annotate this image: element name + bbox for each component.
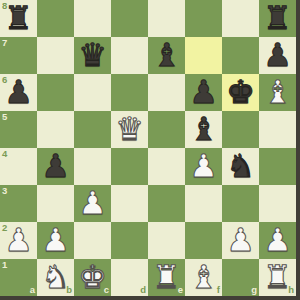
black-pawn[interactable]: ♟ bbox=[37, 148, 74, 185]
square-d4[interactable] bbox=[111, 148, 148, 185]
square-h3[interactable] bbox=[259, 185, 296, 222]
black-bishop[interactable]: ♝ bbox=[185, 111, 222, 148]
white-pawn[interactable]: ♟ bbox=[0, 222, 37, 259]
square-g4[interactable]: ♞ bbox=[222, 148, 259, 185]
square-d7[interactable] bbox=[111, 37, 148, 74]
black-bishop[interactable]: ♝ bbox=[148, 37, 185, 74]
square-a1[interactable]: 1a bbox=[0, 259, 37, 296]
white-bishop[interactable]: ♝ bbox=[185, 259, 222, 296]
square-d3[interactable] bbox=[111, 185, 148, 222]
file-label-g: g bbox=[251, 285, 257, 295]
rank-label-1: 1 bbox=[2, 260, 7, 270]
square-a7[interactable]: 7 bbox=[0, 37, 37, 74]
black-knight[interactable]: ♞ bbox=[222, 148, 259, 185]
black-rook[interactable]: ♜ bbox=[259, 0, 296, 37]
square-d5[interactable]: ♛ bbox=[111, 111, 148, 148]
square-g7[interactable] bbox=[222, 37, 259, 74]
square-b5[interactable] bbox=[37, 111, 74, 148]
file-label-a: a bbox=[30, 285, 35, 295]
square-c7[interactable]: ♛ bbox=[74, 37, 111, 74]
square-h6[interactable]: ♝ bbox=[259, 74, 296, 111]
square-c2[interactable] bbox=[74, 222, 111, 259]
white-pawn[interactable]: ♟ bbox=[37, 222, 74, 259]
square-g2[interactable]: ♟ bbox=[222, 222, 259, 259]
chess-board: 8♜♜7♛♝♟6♟♟♚♝5♛♝4♟♟♞3♟2♟♟♟♟1ab♞c♚de♜f♝gh♜ bbox=[0, 0, 296, 296]
square-a6[interactable]: 6♟ bbox=[0, 74, 37, 111]
file-label-d: d bbox=[140, 285, 146, 295]
square-e7[interactable]: ♝ bbox=[148, 37, 185, 74]
square-a5[interactable]: 5 bbox=[0, 111, 37, 148]
square-h5[interactable] bbox=[259, 111, 296, 148]
square-h1[interactable]: h♜ bbox=[259, 259, 296, 296]
square-d8[interactable] bbox=[111, 0, 148, 37]
white-pawn[interactable]: ♟ bbox=[222, 222, 259, 259]
square-c6[interactable] bbox=[74, 74, 111, 111]
square-a4[interactable]: 4 bbox=[0, 148, 37, 185]
square-a8[interactable]: 8♜ bbox=[0, 0, 37, 37]
square-g6[interactable]: ♚ bbox=[222, 74, 259, 111]
square-b8[interactable] bbox=[37, 0, 74, 37]
square-f1[interactable]: f♝ bbox=[185, 259, 222, 296]
square-h4[interactable] bbox=[259, 148, 296, 185]
square-a3[interactable]: 3 bbox=[0, 185, 37, 222]
square-e2[interactable] bbox=[148, 222, 185, 259]
rank-label-7: 7 bbox=[2, 38, 7, 48]
square-c1[interactable]: c♚ bbox=[74, 259, 111, 296]
square-b7[interactable] bbox=[37, 37, 74, 74]
square-g1[interactable]: g bbox=[222, 259, 259, 296]
chess-board-stage: 8♜♜7♛♝♟6♟♟♚♝5♛♝4♟♟♞3♟2♟♟♟♟1ab♞c♚de♜f♝gh♜ bbox=[0, 0, 300, 300]
square-b3[interactable] bbox=[37, 185, 74, 222]
square-f4[interactable]: ♟ bbox=[185, 148, 222, 185]
square-b4[interactable]: ♟ bbox=[37, 148, 74, 185]
white-queen[interactable]: ♛ bbox=[111, 111, 148, 148]
square-b1[interactable]: b♞ bbox=[37, 259, 74, 296]
black-pawn[interactable]: ♟ bbox=[259, 37, 296, 74]
black-queen[interactable]: ♛ bbox=[74, 37, 111, 74]
square-f7[interactable] bbox=[185, 37, 222, 74]
white-rook[interactable]: ♜ bbox=[148, 259, 185, 296]
square-c4[interactable] bbox=[74, 148, 111, 185]
square-d1[interactable]: d bbox=[111, 259, 148, 296]
square-g3[interactable] bbox=[222, 185, 259, 222]
white-pawn[interactable]: ♟ bbox=[74, 185, 111, 222]
rank-label-5: 5 bbox=[2, 112, 7, 122]
square-e8[interactable] bbox=[148, 0, 185, 37]
square-e4[interactable] bbox=[148, 148, 185, 185]
square-e3[interactable] bbox=[148, 185, 185, 222]
white-bishop[interactable]: ♝ bbox=[259, 74, 296, 111]
square-e5[interactable] bbox=[148, 111, 185, 148]
square-c5[interactable] bbox=[74, 111, 111, 148]
square-f5[interactable]: ♝ bbox=[185, 111, 222, 148]
square-f3[interactable] bbox=[185, 185, 222, 222]
square-d2[interactable] bbox=[111, 222, 148, 259]
square-f6[interactable]: ♟ bbox=[185, 74, 222, 111]
square-f8[interactable] bbox=[185, 0, 222, 37]
square-f2[interactable] bbox=[185, 222, 222, 259]
rank-label-3: 3 bbox=[2, 186, 7, 196]
black-king[interactable]: ♚ bbox=[222, 74, 259, 111]
square-a2[interactable]: 2♟ bbox=[0, 222, 37, 259]
white-king[interactable]: ♚ bbox=[74, 259, 111, 296]
square-c8[interactable] bbox=[74, 0, 111, 37]
square-b2[interactable]: ♟ bbox=[37, 222, 74, 259]
square-e1[interactable]: e♜ bbox=[148, 259, 185, 296]
white-pawn[interactable]: ♟ bbox=[259, 222, 296, 259]
square-h2[interactable]: ♟ bbox=[259, 222, 296, 259]
square-h7[interactable]: ♟ bbox=[259, 37, 296, 74]
black-pawn[interactable]: ♟ bbox=[185, 74, 222, 111]
white-knight[interactable]: ♞ bbox=[37, 259, 74, 296]
black-pawn[interactable]: ♟ bbox=[0, 74, 37, 111]
square-b6[interactable] bbox=[37, 74, 74, 111]
square-e6[interactable] bbox=[148, 74, 185, 111]
square-g8[interactable] bbox=[222, 0, 259, 37]
square-c3[interactable]: ♟ bbox=[74, 185, 111, 222]
white-rook[interactable]: ♜ bbox=[259, 259, 296, 296]
square-h8[interactable]: ♜ bbox=[259, 0, 296, 37]
square-d6[interactable] bbox=[111, 74, 148, 111]
white-pawn[interactable]: ♟ bbox=[185, 148, 222, 185]
rank-label-4: 4 bbox=[2, 149, 7, 159]
black-rook[interactable]: ♜ bbox=[0, 0, 37, 37]
square-g5[interactable] bbox=[222, 111, 259, 148]
